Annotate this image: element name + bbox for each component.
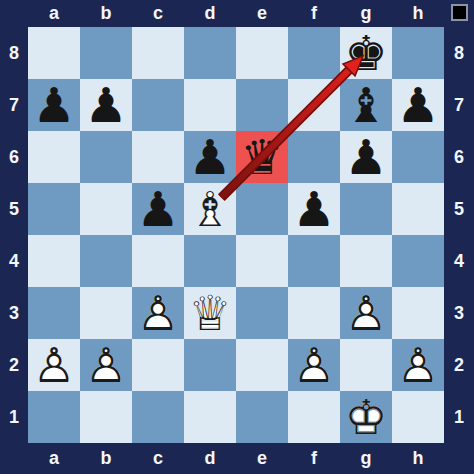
square-c2[interactable] <box>132 339 184 391</box>
square-b3[interactable] <box>80 287 132 339</box>
square-g7[interactable]: ♝ <box>340 79 392 131</box>
piece-black-queen-e6[interactable]: ♛ <box>236 131 288 183</box>
file-label-bottom-c: c <box>132 443 184 474</box>
chess-diagram: ♚♟♟♝♟♟♛♟♟♝♗♟♟♙♛♕♟♙♟♙♟♙♟♙♟♙♚♔ aabbccddeef… <box>0 0 474 474</box>
piece-black-pawn-a7[interactable]: ♟ <box>28 79 80 131</box>
piece-white-king-g1[interactable]: ♚♔ <box>340 391 392 443</box>
square-e4[interactable] <box>236 235 288 287</box>
piece-white-bishop-d5[interactable]: ♝♗ <box>184 183 236 235</box>
piece-white-pawn-f2[interactable]: ♟♙ <box>288 339 340 391</box>
rank-label-left-6: 6 <box>0 131 28 183</box>
rank-label-right-4: 4 <box>444 235 474 287</box>
square-c6[interactable] <box>132 131 184 183</box>
rank-label-left-7: 7 <box>0 79 28 131</box>
square-g2[interactable] <box>340 339 392 391</box>
square-f6[interactable] <box>288 131 340 183</box>
file-label-bottom-d: d <box>184 443 236 474</box>
piece-black-king-g8[interactable]: ♚ <box>340 27 392 79</box>
rank-label-right-3: 3 <box>444 287 474 339</box>
square-f8[interactable] <box>288 27 340 79</box>
square-f2[interactable]: ♟♙ <box>288 339 340 391</box>
file-label-bottom-e: e <box>236 443 288 474</box>
square-a6[interactable] <box>28 131 80 183</box>
square-h8[interactable] <box>392 27 444 79</box>
square-e3[interactable] <box>236 287 288 339</box>
square-d1[interactable] <box>184 391 236 443</box>
piece-black-pawn-b7[interactable]: ♟ <box>80 79 132 131</box>
square-a4[interactable] <box>28 235 80 287</box>
square-h4[interactable] <box>392 235 444 287</box>
file-label-bottom-g: g <box>340 443 392 474</box>
board: ♚♟♟♝♟♟♛♟♟♝♗♟♟♙♛♕♟♙♟♙♟♙♟♙♟♙♚♔ <box>28 27 444 443</box>
square-b8[interactable] <box>80 27 132 79</box>
rank-label-left-4: 4 <box>0 235 28 287</box>
piece-black-pawn-d6[interactable]: ♟ <box>184 131 236 183</box>
piece-black-pawn-g6[interactable]: ♟ <box>340 131 392 183</box>
file-label-top-d: d <box>184 0 236 27</box>
square-a2[interactable]: ♟♙ <box>28 339 80 391</box>
piece-white-pawn-a2[interactable]: ♟♙ <box>28 339 80 391</box>
square-b1[interactable] <box>80 391 132 443</box>
square-g4[interactable] <box>340 235 392 287</box>
square-e7[interactable] <box>236 79 288 131</box>
square-c7[interactable] <box>132 79 184 131</box>
piece-white-queen-d3[interactable]: ♛♕ <box>184 287 236 339</box>
square-c4[interactable] <box>132 235 184 287</box>
square-e8[interactable] <box>236 27 288 79</box>
square-d4[interactable] <box>184 235 236 287</box>
file-label-top-e: e <box>236 0 288 27</box>
rank-label-left-5: 5 <box>0 183 28 235</box>
file-label-top-g: g <box>340 0 392 27</box>
square-b4[interactable] <box>80 235 132 287</box>
piece-black-pawn-c5[interactable]: ♟ <box>132 183 184 235</box>
rank-label-left-2: 2 <box>0 339 28 391</box>
piece-white-pawn-g3[interactable]: ♟♙ <box>340 287 392 339</box>
square-g3[interactable]: ♟♙ <box>340 287 392 339</box>
piece-white-pawn-h2[interactable]: ♟♙ <box>392 339 444 391</box>
square-b2[interactable]: ♟♙ <box>80 339 132 391</box>
square-e2[interactable] <box>236 339 288 391</box>
file-label-top-c: c <box>132 0 184 27</box>
square-e5[interactable] <box>236 183 288 235</box>
square-h6[interactable] <box>392 131 444 183</box>
file-label-top-f: f <box>288 0 340 27</box>
square-f3[interactable] <box>288 287 340 339</box>
square-h3[interactable] <box>392 287 444 339</box>
file-label-top-a: a <box>28 0 80 27</box>
file-label-top-h: h <box>392 0 444 27</box>
square-e1[interactable] <box>236 391 288 443</box>
square-d2[interactable] <box>184 339 236 391</box>
square-f4[interactable] <box>288 235 340 287</box>
rank-label-left-3: 3 <box>0 287 28 339</box>
rank-label-left-1: 1 <box>0 391 28 443</box>
square-d3[interactable]: ♛♕ <box>184 287 236 339</box>
square-h1[interactable] <box>392 391 444 443</box>
square-f5[interactable]: ♟ <box>288 183 340 235</box>
square-a5[interactable] <box>28 183 80 235</box>
square-a7[interactable]: ♟ <box>28 79 80 131</box>
piece-black-bishop-g7[interactable]: ♝ <box>340 79 392 131</box>
file-label-top-b: b <box>80 0 132 27</box>
square-a8[interactable] <box>28 27 80 79</box>
square-g1[interactable]: ♚♔ <box>340 391 392 443</box>
square-b5[interactable] <box>80 183 132 235</box>
square-h5[interactable] <box>392 183 444 235</box>
rank-label-right-8: 8 <box>444 27 474 79</box>
square-g8[interactable]: ♚ <box>340 27 392 79</box>
file-label-bottom-b: b <box>80 443 132 474</box>
square-d5[interactable]: ♝♗ <box>184 183 236 235</box>
rank-label-right-7: 7 <box>444 79 474 131</box>
rank-label-right-2: 2 <box>444 339 474 391</box>
square-d7[interactable] <box>184 79 236 131</box>
square-g5[interactable] <box>340 183 392 235</box>
square-c1[interactable] <box>132 391 184 443</box>
rank-label-right-6: 6 <box>444 131 474 183</box>
file-label-bottom-h: h <box>392 443 444 474</box>
piece-white-pawn-c3[interactable]: ♟♙ <box>132 287 184 339</box>
square-e6[interactable]: ♛ <box>236 131 288 183</box>
square-h2[interactable]: ♟♙ <box>392 339 444 391</box>
rank-label-right-5: 5 <box>444 183 474 235</box>
square-d6[interactable]: ♟ <box>184 131 236 183</box>
square-b6[interactable] <box>80 131 132 183</box>
square-c8[interactable] <box>132 27 184 79</box>
rank-label-left-8: 8 <box>0 27 28 79</box>
rank-label-right-1: 1 <box>444 391 474 443</box>
file-label-bottom-f: f <box>288 443 340 474</box>
square-b7[interactable]: ♟ <box>80 79 132 131</box>
square-d8[interactable] <box>184 27 236 79</box>
square-c5[interactable]: ♟ <box>132 183 184 235</box>
square-h7[interactable]: ♟ <box>392 79 444 131</box>
file-label-bottom-a: a <box>28 443 80 474</box>
piece-black-pawn-f5[interactable]: ♟ <box>288 183 340 235</box>
piece-black-pawn-h7[interactable]: ♟ <box>392 79 444 131</box>
square-a1[interactable] <box>28 391 80 443</box>
square-g6[interactable]: ♟ <box>340 131 392 183</box>
square-c3[interactable]: ♟♙ <box>132 287 184 339</box>
square-a3[interactable] <box>28 287 80 339</box>
square-f1[interactable] <box>288 391 340 443</box>
black-to-move-indicator <box>451 4 468 21</box>
piece-white-pawn-b2[interactable]: ♟♙ <box>80 339 132 391</box>
square-f7[interactable] <box>288 79 340 131</box>
